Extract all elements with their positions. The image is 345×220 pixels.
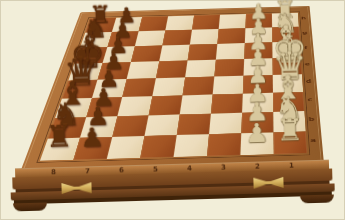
chessboard: ♜♟♟♜♞♟♟♞♝♟♟♝♚♟♟♚♛♟♟♛♝♟♟♝♞♟♟♞♜♟♟♜hgfedcba [20, 6, 324, 172]
square-f6[interactable] [131, 45, 162, 62]
square-c3[interactable] [211, 94, 243, 114]
square-f5[interactable] [159, 45, 190, 62]
square-a4[interactable] [174, 134, 209, 157]
square-h4[interactable] [192, 15, 220, 30]
square-e5[interactable] [156, 61, 188, 79]
square-c6[interactable] [117, 96, 152, 116]
case-foot-left [13, 202, 47, 211]
square-h3[interactable] [219, 14, 246, 29]
coordinate-file-h: h [297, 16, 310, 20]
square-a6[interactable] [107, 136, 145, 159]
square-e6[interactable] [127, 61, 160, 79]
square-c5[interactable] [149, 95, 183, 115]
square-g5[interactable] [162, 30, 192, 46]
square-g3[interactable] [217, 28, 245, 44]
square-e3[interactable] [214, 59, 244, 77]
square-b3[interactable] [209, 113, 242, 134]
square-a5[interactable] [140, 135, 177, 158]
coordinate-file-b: b [304, 116, 319, 122]
piece-white-rook-a1[interactable]: ♜ [273, 115, 307, 146]
square-b6[interactable] [112, 115, 148, 136]
piece-black-pawn-a7[interactable]: ♟ [75, 124, 109, 151]
square-g6[interactable] [135, 30, 165, 46]
square-d4[interactable] [183, 77, 215, 96]
chess-case: ♜♟♟♜♞♟♟♞♝♟♟♝♚♟♟♚♛♟♟♛♝♟♟♝♞♟♟♞♜♟♟♜hgfedcba… [8, 0, 332, 220]
chess-set-photo: ♜♟♟♜♞♟♟♞♝♟♟♝♚♟♟♚♛♟♟♛♝♟♟♝♞♟♟♞♜♟♟♜hgfedcba… [0, 0, 345, 220]
piece-black-rook-a8[interactable]: ♜ [42, 121, 76, 152]
square-f3[interactable] [216, 43, 245, 60]
square-h5[interactable] [165, 16, 194, 31]
square-d5[interactable] [152, 77, 185, 96]
case-front-face: 87654321 [15, 160, 330, 220]
square-g4[interactable] [190, 29, 219, 45]
square-d6[interactable] [122, 78, 156, 97]
square-c4[interactable] [180, 95, 213, 115]
square-h6[interactable] [139, 16, 168, 31]
square-b5[interactable] [145, 115, 180, 136]
square-d3[interactable] [213, 76, 244, 95]
square-a3[interactable] [207, 133, 241, 156]
square-f4[interactable] [188, 44, 218, 61]
square-b4[interactable] [177, 114, 211, 135]
square-e4[interactable] [185, 60, 216, 78]
coordinate-file-a: a [305, 137, 321, 144]
coordinate-file-c: c [303, 97, 318, 103]
piece-white-pawn-a2[interactable]: ♟ [240, 120, 274, 147]
case-foot-right [300, 194, 334, 203]
